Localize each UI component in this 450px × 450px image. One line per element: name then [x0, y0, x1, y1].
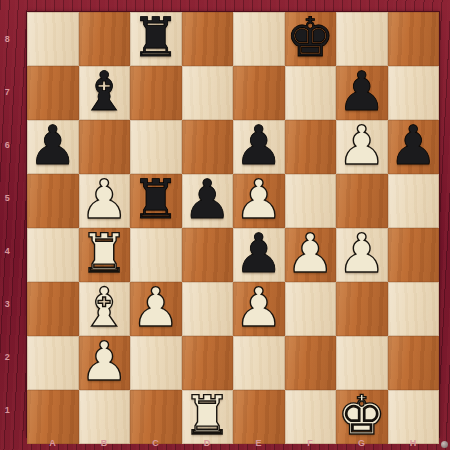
square-b7[interactable]: ♝ — [79, 66, 131, 120]
square-c7[interactable] — [130, 66, 182, 120]
piece-black-king-f8[interactable]: ♚ — [286, 11, 334, 65]
square-f7[interactable] — [285, 66, 337, 120]
square-c3[interactable]: ♟ — [130, 282, 182, 336]
square-b8[interactable] — [79, 12, 131, 66]
square-b3[interactable]: ♝ — [79, 282, 131, 336]
piece-black-pawn-g7[interactable]: ♟ — [338, 65, 386, 119]
square-a5[interactable] — [27, 174, 79, 228]
file-label-b: B — [79, 436, 131, 450]
square-a8[interactable] — [27, 12, 79, 66]
square-d2[interactable] — [182, 336, 234, 390]
square-a4[interactable] — [27, 228, 79, 282]
piece-white-pawn-c3[interactable]: ♟ — [132, 281, 180, 335]
piece-white-pawn-e3[interactable]: ♟ — [235, 281, 283, 335]
square-a2[interactable] — [27, 336, 79, 390]
square-a7[interactable] — [27, 66, 79, 120]
rank-label-8: 8 — [0, 12, 15, 65]
piece-black-pawn-e6[interactable]: ♟ — [235, 119, 283, 173]
rank-label-2: 2 — [0, 331, 15, 384]
rank-label-1: 1 — [0, 384, 15, 437]
file-label-g: G — [336, 436, 388, 450]
square-b5[interactable]: ♟ — [79, 174, 131, 228]
square-d6[interactable] — [182, 120, 234, 174]
square-d7[interactable] — [182, 66, 234, 120]
piece-white-pawn-f4[interactable]: ♟ — [286, 227, 334, 281]
chess-board-frame: 87654321 ♜♚♝♟♟♟♟♟♟♜♟♟♜♟♟♟♝♟♟♟♜♚ ABCDEFGH — [0, 0, 450, 450]
piece-black-bishop-b7[interactable]: ♝ — [80, 65, 128, 119]
square-f5[interactable] — [285, 174, 337, 228]
square-d8[interactable] — [182, 12, 234, 66]
piece-black-pawn-d5[interactable]: ♟ — [183, 173, 231, 227]
rank-label-6: 6 — [0, 118, 15, 171]
square-c8[interactable]: ♜ — [130, 12, 182, 66]
piece-black-rook-c5[interactable]: ♜ — [132, 173, 180, 227]
square-e4[interactable]: ♟ — [233, 228, 285, 282]
square-a6[interactable]: ♟ — [27, 120, 79, 174]
square-h6[interactable]: ♟ — [388, 120, 440, 174]
square-g5[interactable] — [336, 174, 388, 228]
file-label-d: D — [182, 436, 234, 450]
piece-white-rook-b4[interactable]: ♜ — [80, 227, 128, 281]
square-c2[interactable] — [130, 336, 182, 390]
square-e6[interactable]: ♟ — [233, 120, 285, 174]
file-label-c: C — [130, 436, 182, 450]
piece-black-rook-c8[interactable]: ♜ — [132, 11, 180, 65]
file-label-h: H — [388, 436, 440, 450]
piece-white-pawn-g6[interactable]: ♟ — [338, 119, 386, 173]
square-g4[interactable]: ♟ — [336, 228, 388, 282]
piece-black-pawn-a6[interactable]: ♟ — [29, 119, 77, 173]
square-d4[interactable] — [182, 228, 234, 282]
file-label-e: E — [233, 436, 285, 450]
rank-label-4: 4 — [0, 225, 15, 278]
square-d3[interactable] — [182, 282, 234, 336]
square-h5[interactable] — [388, 174, 440, 228]
piece-white-bishop-b3[interactable]: ♝ — [80, 281, 128, 335]
square-a3[interactable] — [27, 282, 79, 336]
square-g8[interactable] — [336, 12, 388, 66]
square-e2[interactable] — [233, 336, 285, 390]
square-h8[interactable] — [388, 12, 440, 66]
square-c4[interactable] — [130, 228, 182, 282]
square-h7[interactable] — [388, 66, 440, 120]
piece-white-pawn-e5[interactable]: ♟ — [235, 173, 283, 227]
square-h3[interactable] — [388, 282, 440, 336]
square-g3[interactable] — [336, 282, 388, 336]
square-b4[interactable]: ♜ — [79, 228, 131, 282]
piece-white-rook-d1[interactable]: ♜ — [183, 389, 231, 443]
square-f6[interactable] — [285, 120, 337, 174]
square-c6[interactable] — [130, 120, 182, 174]
square-e8[interactable] — [233, 12, 285, 66]
square-f8[interactable]: ♚ — [285, 12, 337, 66]
rank-label-7: 7 — [0, 65, 15, 118]
corner-dot — [441, 441, 448, 448]
piece-white-king-g1[interactable]: ♚ — [338, 389, 386, 443]
square-g7[interactable]: ♟ — [336, 66, 388, 120]
square-f2[interactable] — [285, 336, 337, 390]
file-label-a: A — [27, 436, 79, 450]
piece-black-pawn-e4[interactable]: ♟ — [235, 227, 283, 281]
rank-label-3: 3 — [0, 278, 15, 331]
square-h4[interactable] — [388, 228, 440, 282]
square-f3[interactable] — [285, 282, 337, 336]
piece-white-pawn-b2[interactable]: ♟ — [80, 335, 128, 389]
square-h2[interactable] — [388, 336, 440, 390]
rank-labels: 87654321 — [0, 12, 15, 437]
piece-black-pawn-h6[interactable]: ♟ — [389, 119, 437, 173]
square-e3[interactable]: ♟ — [233, 282, 285, 336]
square-d5[interactable]: ♟ — [182, 174, 234, 228]
file-labels: ABCDEFGH — [27, 436, 439, 450]
rank-label-5: 5 — [0, 171, 15, 224]
square-g6[interactable]: ♟ — [336, 120, 388, 174]
square-f4[interactable]: ♟ — [285, 228, 337, 282]
square-b2[interactable]: ♟ — [79, 336, 131, 390]
square-b6[interactable] — [79, 120, 131, 174]
square-c5[interactable]: ♜ — [130, 174, 182, 228]
square-e7[interactable] — [233, 66, 285, 120]
piece-white-pawn-g4[interactable]: ♟ — [338, 227, 386, 281]
chess-board: ♜♚♝♟♟♟♟♟♟♜♟♟♜♟♟♟♝♟♟♟♜♚ — [27, 12, 439, 437]
square-e5[interactable]: ♟ — [233, 174, 285, 228]
piece-white-pawn-b5[interactable]: ♟ — [80, 173, 128, 227]
file-label-f: F — [285, 436, 337, 450]
square-g2[interactable] — [336, 336, 388, 390]
